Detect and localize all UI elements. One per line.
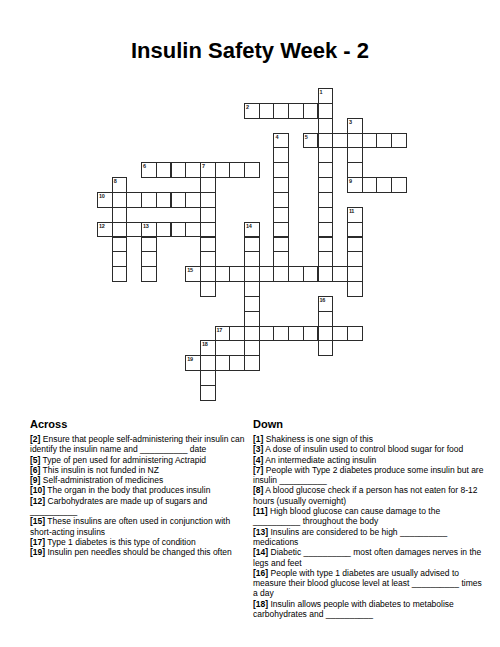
- grid-cell-r5c17[interactable]: [347, 162, 363, 178]
- cell-number-15: 15: [187, 267, 193, 273]
- clue-number: [14]: [253, 547, 268, 557]
- grid-cell-r9c3[interactable]: 13: [141, 222, 157, 238]
- grid-cell-r8c1[interactable]: [112, 207, 128, 223]
- grid-cell-r5c9[interactable]: [229, 162, 245, 178]
- clue-across-5: [5] Type of pen used for administering A…: [30, 455, 251, 465]
- clue-number: [11]: [253, 506, 268, 516]
- cell-number-1: 1: [320, 89, 323, 95]
- grid-cell-r4c17[interactable]: [347, 147, 363, 163]
- grid-cell-r18c10[interactable]: [244, 355, 260, 371]
- cell-number-9: 9: [349, 178, 352, 184]
- grid-cell-r9c0[interactable]: 12: [97, 222, 113, 238]
- grid-cell-r12c12[interactable]: [273, 266, 289, 282]
- grid-cell-r9c15[interactable]: [318, 222, 334, 238]
- cell-number-3: 3: [349, 119, 352, 125]
- grid-cell-r12c9[interactable]: [229, 266, 245, 282]
- grid-cell-r7c12[interactable]: [273, 192, 289, 208]
- grid-cell-r6c7[interactable]: [200, 177, 216, 193]
- clue-across-12: [12] Carbohydrates are made up of sugars…: [30, 496, 251, 517]
- grid-cell-r7c0[interactable]: 10: [97, 192, 113, 208]
- grid-cell-r12c7[interactable]: [200, 266, 216, 282]
- cell-number-18: 18: [202, 341, 208, 347]
- clue-number: [19]: [30, 547, 45, 557]
- clue-down-13: [13] Insulins are considered to be high …: [253, 527, 484, 548]
- grid-cell-r17c10[interactable]: [244, 340, 260, 356]
- grid-cell-r5c15[interactable]: [318, 162, 334, 178]
- grid-cell-r12c3[interactable]: [141, 266, 157, 282]
- grid-cell-r3c20[interactable]: [391, 133, 407, 149]
- grid-cell-r1c11[interactable]: [259, 103, 275, 119]
- grid-cell-r12c1[interactable]: [112, 266, 128, 282]
- grid-cell-r12c17[interactable]: [347, 266, 363, 282]
- clue-number: [15]: [30, 516, 45, 526]
- clue-across-10: [10] The organ in the body that produces…: [30, 485, 251, 495]
- cell-number-14: 14: [246, 223, 252, 229]
- clue-down-3: [3] A dose of insulin used to control bl…: [253, 444, 484, 454]
- across-clues-column: Across [2] Ensure that people self-admin…: [30, 418, 251, 558]
- clue-number: [9]: [30, 475, 40, 485]
- clue-number: [5]: [30, 455, 40, 465]
- grid-cell-r2c17[interactable]: 3: [347, 118, 363, 134]
- grid-cell-r8c17[interactable]: 11: [347, 207, 363, 223]
- clue-number: [7]: [253, 465, 263, 475]
- cell-number-4: 4: [275, 134, 278, 140]
- grid-cell-r16c8[interactable]: 17: [215, 326, 231, 342]
- grid-cell-r13c17[interactable]: [347, 281, 363, 297]
- grid-cell-r9c17[interactable]: [347, 222, 363, 238]
- grid-cell-r9c6[interactable]: [185, 222, 201, 238]
- grid-cell-r16c9[interactable]: [229, 326, 245, 342]
- grid-cell-r7c7[interactable]: [200, 192, 216, 208]
- clue-across-2: [2] Ensure that people self-administerin…: [30, 434, 251, 455]
- grid-cell-r16c17[interactable]: [347, 326, 363, 342]
- grid-cell-r12c8[interactable]: [215, 266, 231, 282]
- clue-number: [13]: [253, 527, 268, 537]
- grid-cell-r1c14[interactable]: [303, 103, 319, 119]
- grid-cell-r12c14[interactable]: [303, 266, 319, 282]
- grid-cell-r15c10[interactable]: [244, 311, 260, 327]
- grid-cell-r5c7[interactable]: 7: [200, 162, 216, 178]
- grid-cell-r3c16[interactable]: [332, 133, 348, 149]
- clue-across-17: [17] Type 1 diabetes is this type of con…: [30, 537, 251, 547]
- grid-cell-r1c15[interactable]: [318, 103, 334, 119]
- cell-number-5: 5: [305, 134, 308, 140]
- clue-number: [10]: [30, 485, 45, 495]
- clue-number: [6]: [30, 465, 40, 475]
- clue-number: [8]: [253, 485, 263, 495]
- grid-cell-r3c17[interactable]: [347, 133, 363, 149]
- grid-cell-r9c5[interactable]: [171, 222, 187, 238]
- grid-cell-r17c7[interactable]: 18: [200, 340, 216, 356]
- clue-number: [17]: [30, 537, 45, 547]
- grid-cell-r18c8[interactable]: [215, 355, 231, 371]
- clue-down-4: [4] An intermediate acting insulin: [253, 455, 484, 465]
- grid-cell-r7c4[interactable]: [156, 192, 172, 208]
- grid-cell-r7c6[interactable]: [185, 192, 201, 208]
- grid-cell-r12c15[interactable]: [318, 266, 334, 282]
- clue-across-15: [15] These insulins are often used in co…: [30, 516, 251, 537]
- grid-cell-r13c10[interactable]: [244, 281, 260, 297]
- cell-number-11: 11: [349, 208, 354, 214]
- grid-cell-r11c17[interactable]: [347, 251, 363, 267]
- cell-number-12: 12: [99, 223, 105, 229]
- grid-cell-r8c12[interactable]: [273, 207, 289, 223]
- clue-down-14: [14] Diabetic __________ most often dama…: [253, 547, 484, 568]
- grid-cell-r11c3[interactable]: [141, 251, 157, 267]
- grid-cell-r7c5[interactable]: [171, 192, 187, 208]
- grid-cell-r0c15[interactable]: 1: [318, 88, 334, 104]
- grid-cell-r17c15[interactable]: [318, 340, 334, 356]
- cell-number-7: 7: [202, 163, 205, 169]
- grid-cell-r10c10[interactable]: [244, 237, 260, 253]
- grid-cell-r9c12[interactable]: [273, 222, 289, 238]
- grid-cell-r16c14[interactable]: [303, 326, 319, 342]
- grid-cell-r9c10[interactable]: 14: [244, 222, 260, 238]
- clue-across-9: [9] Self-administration of medicines: [30, 475, 251, 485]
- grid-cell-r8c7[interactable]: [200, 207, 216, 223]
- cell-number-16: 16: [320, 297, 326, 303]
- grid-cell-r1c12[interactable]: [273, 103, 289, 119]
- grid-cell-r19c7[interactable]: [200, 370, 216, 386]
- crossword-page: Insulin Safety Week - 2 1234567891011121…: [0, 0, 500, 647]
- cell-number-8: 8: [114, 178, 117, 184]
- clue-down-8: [8] A blood glucose check if a person ha…: [253, 485, 484, 506]
- clue-across-6: [6] This insulin is not funded in NZ: [30, 465, 251, 475]
- grid-cell-r13c7[interactable]: [200, 281, 216, 297]
- grid-cell-r5c4[interactable]: [156, 162, 172, 178]
- grid-cell-r6c15[interactable]: [318, 177, 334, 193]
- grid-cell-r5c8[interactable]: [215, 162, 231, 178]
- grid-cell-r7c2[interactable]: [126, 192, 142, 208]
- clue-down-18: [18] Insulin allows people with diabetes…: [253, 599, 484, 620]
- grid-cell-r4c15[interactable]: [318, 147, 334, 163]
- clue-number: [18]: [253, 599, 268, 609]
- grid-cell-r9c2[interactable]: [126, 222, 142, 238]
- grid-cell-r8c15[interactable]: [318, 207, 334, 223]
- grid-cell-r5c5[interactable]: [171, 162, 187, 178]
- grid-cell-r1c13[interactable]: [288, 103, 304, 119]
- grid-cell-r16c15[interactable]: [318, 326, 334, 342]
- clue-down-1: [1] Shakiness is one sign of this: [253, 434, 484, 444]
- grid-cell-r6c20[interactable]: [391, 177, 407, 193]
- clue-number: [16]: [253, 568, 268, 578]
- grid-cell-r11c12[interactable]: [273, 251, 289, 267]
- down-header: Down: [253, 418, 484, 431]
- grid-cell-r7c3[interactable]: [141, 192, 157, 208]
- grid-cell-r5c6[interactable]: [185, 162, 201, 178]
- grid-cell-r2c15[interactable]: [318, 118, 334, 134]
- grid-cell-r16c12[interactable]: [273, 326, 289, 342]
- clue-number: [2]: [30, 434, 40, 444]
- grid-cell-r11c7[interactable]: [200, 251, 216, 267]
- grid-cell-r12c16[interactable]: [332, 266, 348, 282]
- grid-cell-r18c7[interactable]: [200, 355, 216, 371]
- grid-cell-r7c1[interactable]: [112, 192, 128, 208]
- clue-number: [4]: [253, 455, 263, 465]
- clue-down-11: [11] High blood glucose can cause damage…: [253, 506, 484, 527]
- grid-cell-r10c7[interactable]: [200, 237, 216, 253]
- cell-number-17: 17: [217, 327, 223, 333]
- grid-cell-r7c15[interactable]: [318, 192, 334, 208]
- grid-cell-r18c9[interactable]: [229, 355, 245, 371]
- cell-number-13: 13: [143, 223, 149, 229]
- page-title: Insulin Safety Week - 2: [0, 38, 500, 64]
- clue-number: [1]: [253, 434, 263, 444]
- clue-down-16: [16] People with type 1 diabetes are usu…: [253, 568, 484, 599]
- grid-cell-r3c12[interactable]: 4: [273, 133, 289, 149]
- clue-down-7: [7] People with Type 2 diabetes produce …: [253, 465, 484, 486]
- grid-cell-r3c14[interactable]: 5: [303, 133, 319, 149]
- grid-cell-r12c11[interactable]: [259, 266, 275, 282]
- grid-cell-r10c12[interactable]: [273, 237, 289, 253]
- clue-number: [3]: [253, 444, 263, 454]
- down-clue-list: [1] Shakiness is one sign of this[3] A d…: [253, 434, 484, 619]
- crossword-grid: 12345678910111213141516171819: [97, 88, 407, 401]
- grid-cell-r12c13[interactable]: [288, 266, 304, 282]
- grid-cell-r3c18[interactable]: [362, 133, 378, 149]
- clue-number: [12]: [30, 496, 45, 506]
- grid-cell-r12c6[interactable]: 15: [185, 266, 201, 282]
- grid-cell-r6c17[interactable]: 9: [347, 177, 363, 193]
- grid-cell-r11c10[interactable]: [244, 251, 260, 267]
- grid-cell-r16c13[interactable]: [288, 326, 304, 342]
- grid-cell-r10c3[interactable]: [141, 237, 157, 253]
- cell-number-19: 19: [187, 356, 193, 362]
- across-header: Across: [30, 418, 251, 431]
- across-clue-list: [2] Ensure that people self-administerin…: [30, 434, 251, 558]
- grid-cell-r14c15[interactable]: 16: [318, 296, 334, 312]
- grid-cell-r9c4[interactable]: [156, 222, 172, 238]
- grid-cell-r4c12[interactable]: [273, 147, 289, 163]
- grid-cell-r6c12[interactable]: [273, 177, 289, 193]
- grid-cell-r11c1[interactable]: [112, 251, 128, 267]
- grid-cell-r5c3[interactable]: 6: [141, 162, 157, 178]
- grid-cell-r6c18[interactable]: [362, 177, 378, 193]
- grid-cell-r12c10[interactable]: [244, 266, 260, 282]
- cell-number-2: 2: [246, 104, 249, 110]
- grid-cell-r10c15[interactable]: [318, 237, 334, 253]
- grid-cell-r11c15[interactable]: [318, 251, 334, 267]
- grid-cell-r10c1[interactable]: [112, 237, 128, 253]
- grid-cell-r1c10[interactable]: 2: [244, 103, 260, 119]
- cell-number-6: 6: [143, 163, 146, 169]
- grid-cell-r20c7[interactable]: [200, 385, 216, 401]
- grid-cell-r16c16[interactable]: [332, 326, 348, 342]
- grid-cell-r14c10[interactable]: [244, 296, 260, 312]
- grid-cell-r16c11[interactable]: [259, 326, 275, 342]
- grid-cell-r16c10[interactable]: [244, 326, 260, 342]
- grid-cell-r5c12[interactable]: [273, 162, 289, 178]
- down-clues-column: Down [1] Shakiness is one sign of this[3…: [253, 418, 484, 619]
- grid-cell-r6c1[interactable]: 8: [112, 177, 128, 193]
- grid-cell-r3c15[interactable]: [318, 133, 334, 149]
- grid-cell-r3c19[interactable]: [376, 133, 392, 149]
- clue-across-19: [19] Insulin pen needles should be chang…: [30, 547, 251, 557]
- grid-cell-r15c15[interactable]: [318, 311, 334, 327]
- grid-cell-r10c17[interactable]: [347, 237, 363, 253]
- grid-cell-r5c10[interactable]: [244, 162, 260, 178]
- grid-cell-r9c7[interactable]: [200, 222, 216, 238]
- grid-cell-r9c1[interactable]: [112, 222, 128, 238]
- grid-cell-r18c6[interactable]: 19: [185, 355, 201, 371]
- cell-number-10: 10: [99, 193, 105, 199]
- grid-cell-r6c19[interactable]: [376, 177, 392, 193]
